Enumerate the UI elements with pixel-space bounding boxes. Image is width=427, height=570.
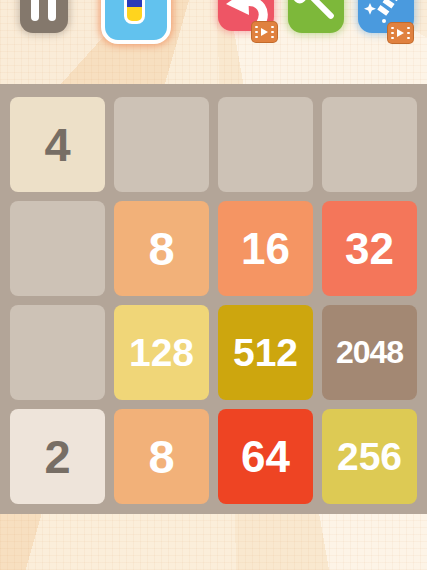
tile-4: 4	[10, 97, 105, 192]
pause-icon	[48, 0, 56, 21]
board[interactable]: 48163212851220482864256	[0, 84, 427, 514]
empty-cell	[322, 97, 417, 192]
ad-video-badge-icon	[387, 22, 414, 44]
water-sort-app-icon-button[interactable]	[101, 0, 171, 44]
empty-cell	[218, 97, 313, 192]
play-icon	[261, 28, 268, 36]
play-icon	[397, 29, 404, 37]
empty-cell	[10, 305, 105, 400]
hammer-button[interactable]	[288, 0, 344, 33]
tile-64: 64	[218, 409, 313, 504]
ad-video-badge-icon	[251, 21, 278, 43]
tile-256: 256	[322, 409, 417, 504]
tile-8: 8	[114, 409, 209, 504]
tile-512: 512	[218, 305, 313, 400]
tile-128: 128	[114, 305, 209, 400]
empty-cell	[10, 201, 105, 296]
tile-2: 2	[10, 409, 105, 504]
test-tube-icon	[124, 0, 145, 24]
tile-32: 32	[322, 201, 417, 296]
pause-button[interactable]	[20, 0, 68, 33]
tile-2048: 2048	[322, 305, 417, 400]
empty-cell	[114, 97, 209, 192]
pause-icon	[31, 0, 39, 21]
tile-16: 16	[218, 201, 313, 296]
game-screen: 48163212851220482864256	[0, 0, 427, 570]
tile-8: 8	[114, 201, 209, 296]
hammer-icon	[288, 0, 344, 33]
